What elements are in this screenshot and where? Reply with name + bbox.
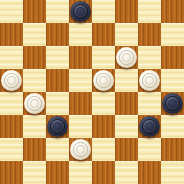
square-r5-c5 — [115, 115, 138, 138]
square-r3-c3 — [69, 69, 92, 92]
square-r2-c2 — [46, 46, 69, 69]
square-r3-c5 — [115, 69, 138, 92]
white-piece[interactable] — [24, 93, 45, 114]
square-r7-c2[interactable] — [46, 161, 69, 184]
square-r3-c1 — [23, 69, 46, 92]
square-r1-c1 — [23, 23, 46, 46]
square-r0-c1[interactable] — [23, 0, 46, 23]
square-r2-c4 — [92, 46, 115, 69]
square-r6-c4 — [92, 138, 115, 161]
square-r5-c4[interactable] — [92, 115, 115, 138]
white-piece[interactable] — [139, 70, 160, 91]
square-r0-c4 — [92, 0, 115, 23]
square-r7-c3 — [69, 161, 92, 184]
white-piece[interactable] — [1, 70, 22, 91]
square-r1-c2[interactable] — [46, 23, 69, 46]
black-piece[interactable] — [139, 116, 160, 137]
square-r7-c1 — [23, 161, 46, 184]
square-r4-c6 — [138, 92, 161, 115]
square-r7-c6[interactable] — [138, 161, 161, 184]
black-piece[interactable] — [162, 93, 183, 114]
square-r2-c0 — [0, 46, 23, 69]
square-r6-c2 — [46, 138, 69, 161]
white-piece[interactable] — [70, 139, 91, 160]
checkers-board — [0, 0, 184, 184]
square-r6-c7[interactable] — [161, 138, 184, 161]
square-r7-c0[interactable] — [0, 161, 23, 184]
square-r1-c0[interactable] — [0, 23, 23, 46]
square-r1-c3 — [69, 23, 92, 46]
square-r5-c2[interactable] — [46, 115, 69, 138]
square-r5-c6[interactable] — [138, 115, 161, 138]
square-r5-c3 — [69, 115, 92, 138]
square-r3-c2[interactable] — [46, 69, 69, 92]
square-r7-c5 — [115, 161, 138, 184]
square-r2-c6 — [138, 46, 161, 69]
black-piece[interactable] — [47, 116, 68, 137]
square-r4-c5[interactable] — [115, 92, 138, 115]
square-r6-c3[interactable] — [69, 138, 92, 161]
square-r6-c6 — [138, 138, 161, 161]
square-r2-c3[interactable] — [69, 46, 92, 69]
square-r4-c1[interactable] — [23, 92, 46, 115]
square-r4-c3[interactable] — [69, 92, 92, 115]
square-r3-c4[interactable] — [92, 69, 115, 92]
square-r0-c3[interactable] — [69, 0, 92, 23]
square-r3-c0[interactable] — [0, 69, 23, 92]
square-r3-c6[interactable] — [138, 69, 161, 92]
square-r4-c2 — [46, 92, 69, 115]
square-r2-c1[interactable] — [23, 46, 46, 69]
square-r4-c0 — [0, 92, 23, 115]
square-r0-c2 — [46, 0, 69, 23]
square-r5-c0[interactable] — [0, 115, 23, 138]
square-r7-c4[interactable] — [92, 161, 115, 184]
square-r1-c7 — [161, 23, 184, 46]
square-r0-c0 — [0, 0, 23, 23]
square-r0-c6 — [138, 0, 161, 23]
square-r6-c1[interactable] — [23, 138, 46, 161]
square-r0-c5[interactable] — [115, 0, 138, 23]
square-r4-c7[interactable] — [161, 92, 184, 115]
square-r5-c7 — [161, 115, 184, 138]
square-r1-c4[interactable] — [92, 23, 115, 46]
square-r3-c7 — [161, 69, 184, 92]
square-r4-c4 — [92, 92, 115, 115]
square-r2-c7[interactable] — [161, 46, 184, 69]
square-r6-c0 — [0, 138, 23, 161]
square-r1-c6[interactable] — [138, 23, 161, 46]
square-r5-c1 — [23, 115, 46, 138]
white-piece[interactable] — [93, 70, 114, 91]
square-r2-c5[interactable] — [115, 46, 138, 69]
square-r0-c7[interactable] — [161, 0, 184, 23]
white-piece[interactable] — [116, 47, 137, 68]
black-piece[interactable] — [70, 1, 91, 22]
square-r6-c5[interactable] — [115, 138, 138, 161]
square-r1-c5 — [115, 23, 138, 46]
square-r7-c7 — [161, 161, 184, 184]
